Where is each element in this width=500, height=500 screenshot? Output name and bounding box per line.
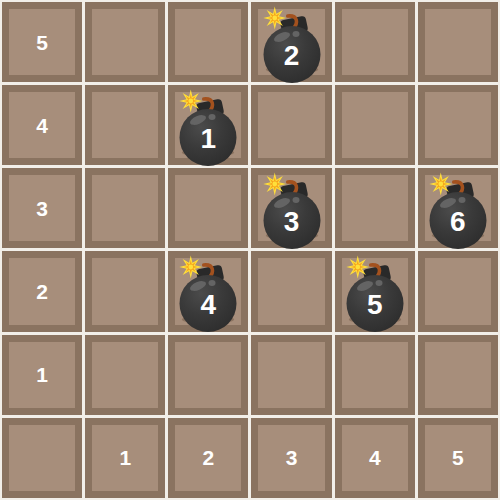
bomb-number: 6: [450, 208, 466, 236]
bomb-body: 3: [263, 192, 320, 249]
bomb-body: 6: [429, 192, 486, 249]
cell-x3-y5[interactable]: 2: [251, 2, 331, 82]
bomb-number: 1: [201, 125, 217, 153]
cell-x2-y1[interactable]: [168, 335, 248, 415]
bomb-body: 5: [346, 275, 403, 332]
col-label-cell-3: 3: [251, 418, 331, 498]
row-label-text: 4: [36, 115, 48, 136]
row-label-cell-4: 4: [2, 85, 82, 165]
col-label-cell-4: 4: [335, 418, 415, 498]
bomb-1[interactable]: 1: [175, 92, 241, 158]
game-board: 5241336245112345: [0, 0, 500, 500]
col-label-text: 4: [369, 447, 381, 468]
spark-center: [272, 182, 277, 187]
cell-x4-y2[interactable]: 5: [335, 251, 415, 331]
row-label-text: 3: [36, 198, 48, 219]
cell-x5-y5[interactable]: [418, 2, 498, 82]
cell-x1-y1[interactable]: [85, 335, 165, 415]
bomb-body: 2: [263, 26, 320, 83]
cell-x1-y2[interactable]: [85, 251, 165, 331]
cell-x1-y5[interactable]: [85, 2, 165, 82]
cell-x2-y2[interactable]: 4: [168, 251, 248, 331]
cell-x2-y5[interactable]: [168, 2, 248, 82]
cell-x3-y1[interactable]: [251, 335, 331, 415]
cell-x3-y4[interactable]: [251, 85, 331, 165]
bomb-5[interactable]: 5: [342, 258, 408, 324]
col-label-cell-5: 5: [418, 418, 498, 498]
cell-x4-y5[interactable]: [335, 2, 415, 82]
cell-x4-y3[interactable]: [335, 168, 415, 248]
spark-center: [189, 99, 194, 104]
col-label-text: 1: [119, 447, 131, 468]
corner-cell: [2, 418, 82, 498]
row-label-cell-5: 5: [2, 2, 82, 82]
row-label-text: 5: [36, 32, 48, 53]
row-label-text: 1: [36, 364, 48, 385]
col-label-text: 3: [286, 447, 298, 468]
cell-x3-y3[interactable]: 3: [251, 168, 331, 248]
spark-center: [272, 16, 277, 21]
bomb-4[interactable]: 4: [175, 258, 241, 324]
bomb-highlight-small: [292, 197, 299, 203]
cell-x1-y4[interactable]: [85, 85, 165, 165]
spark-center: [355, 265, 360, 270]
col-label-cell-2: 2: [168, 418, 248, 498]
col-label-text: 5: [452, 447, 464, 468]
row-label-cell-2: 2: [2, 251, 82, 331]
bomb-number: 2: [284, 42, 300, 70]
bomb-highlight-small: [375, 280, 382, 286]
bomb-3[interactable]: 3: [258, 175, 324, 241]
cell-x2-y4[interactable]: 1: [168, 85, 248, 165]
bomb-number: 3: [284, 208, 300, 236]
bomb-body: 1: [180, 109, 237, 166]
spark-center: [438, 182, 443, 187]
bomb-highlight-small: [209, 280, 216, 286]
cell-x5-y2[interactable]: [418, 251, 498, 331]
row-label-cell-1: 1: [2, 335, 82, 415]
cell-x2-y3[interactable]: [168, 168, 248, 248]
bomb-highlight-small: [209, 114, 216, 120]
col-label-cell-1: 1: [85, 418, 165, 498]
cell-x5-y3[interactable]: 6: [418, 168, 498, 248]
row-label-cell-3: 3: [2, 168, 82, 248]
bomb-body: 4: [180, 275, 237, 332]
col-label-text: 2: [203, 447, 215, 468]
bomb-2[interactable]: 2: [258, 9, 324, 75]
bomb-6[interactable]: 6: [425, 175, 491, 241]
bomb-number: 5: [367, 291, 383, 319]
cell-x5-y1[interactable]: [418, 335, 498, 415]
cell-x3-y2[interactable]: [251, 251, 331, 331]
row-label-text: 2: [36, 281, 48, 302]
bomb-highlight-small: [292, 31, 299, 37]
cell-x4-y1[interactable]: [335, 335, 415, 415]
spark-center: [189, 265, 194, 270]
bomb-highlight-small: [458, 197, 465, 203]
cell-x5-y4[interactable]: [418, 85, 498, 165]
cell-x1-y3[interactable]: [85, 168, 165, 248]
bomb-number: 4: [201, 291, 217, 319]
cell-x4-y4[interactable]: [335, 85, 415, 165]
